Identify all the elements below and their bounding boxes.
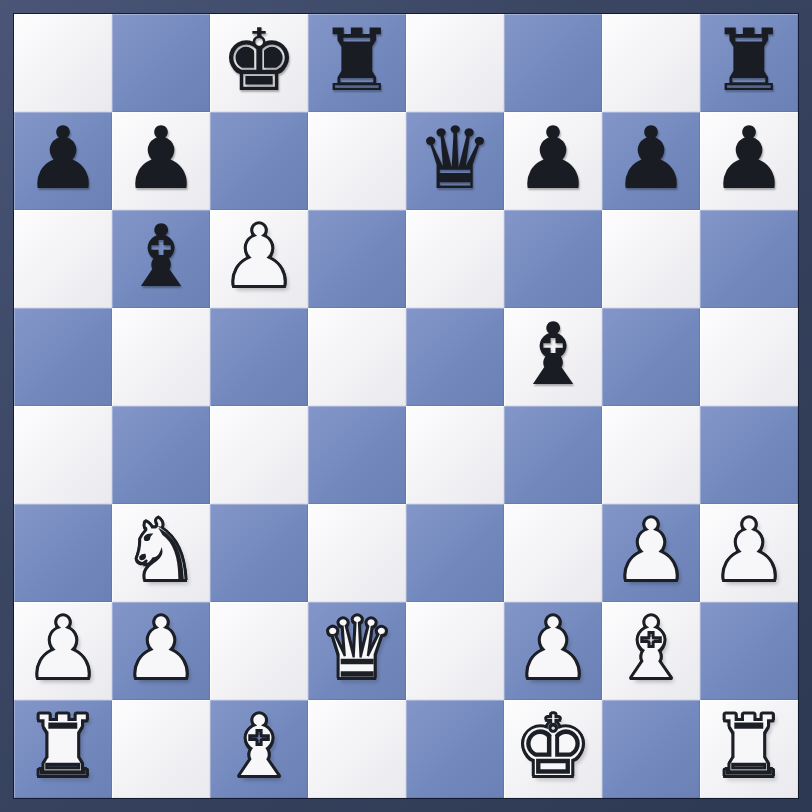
square-g7[interactable]: ♟ <box>602 112 700 210</box>
square-e2[interactable] <box>406 602 504 700</box>
white-queen[interactable]: ♛ <box>318 605 395 691</box>
black-bishop[interactable]: ♝ <box>122 213 199 299</box>
black-pawn[interactable]: ♟ <box>612 115 689 201</box>
square-f1[interactable]: ♚ <box>504 700 602 798</box>
square-f6[interactable] <box>504 210 602 308</box>
square-a3[interactable] <box>14 504 112 602</box>
square-b7[interactable]: ♟ <box>112 112 210 210</box>
square-e3[interactable] <box>406 504 504 602</box>
square-b4[interactable] <box>112 406 210 504</box>
white-pawn[interactable]: ♟ <box>220 213 297 299</box>
square-c3[interactable] <box>210 504 308 602</box>
square-h3[interactable]: ♟ <box>700 504 798 602</box>
square-d2[interactable]: ♛ <box>308 602 406 700</box>
square-a2[interactable]: ♟ <box>14 602 112 700</box>
square-h6[interactable] <box>700 210 798 308</box>
square-c1[interactable]: ♝ <box>210 700 308 798</box>
square-f7[interactable]: ♟ <box>504 112 602 210</box>
square-a5[interactable] <box>14 308 112 406</box>
square-g2[interactable]: ♝ <box>602 602 700 700</box>
square-c6[interactable]: ♟ <box>210 210 308 308</box>
square-f4[interactable] <box>504 406 602 504</box>
square-c2[interactable] <box>210 602 308 700</box>
square-a1[interactable]: ♜ <box>14 700 112 798</box>
black-pawn[interactable]: ♟ <box>514 115 591 201</box>
square-d1[interactable] <box>308 700 406 798</box>
square-d8[interactable]: ♜ <box>308 14 406 112</box>
square-e5[interactable] <box>406 308 504 406</box>
square-f5[interactable]: ♝ <box>504 308 602 406</box>
square-b3[interactable]: ♞ <box>112 504 210 602</box>
square-e4[interactable] <box>406 406 504 504</box>
square-a6[interactable] <box>14 210 112 308</box>
square-d3[interactable] <box>308 504 406 602</box>
square-h4[interactable] <box>700 406 798 504</box>
square-b1[interactable] <box>112 700 210 798</box>
square-a8[interactable] <box>14 14 112 112</box>
square-h5[interactable] <box>700 308 798 406</box>
square-h7[interactable]: ♟ <box>700 112 798 210</box>
white-rook[interactable]: ♜ <box>710 703 787 789</box>
square-g8[interactable] <box>602 14 700 112</box>
square-h2[interactable] <box>700 602 798 700</box>
square-f2[interactable]: ♟ <box>504 602 602 700</box>
white-pawn[interactable]: ♟ <box>24 605 101 691</box>
square-d4[interactable] <box>308 406 406 504</box>
black-pawn[interactable]: ♟ <box>710 115 787 201</box>
square-e6[interactable] <box>406 210 504 308</box>
square-b8[interactable] <box>112 14 210 112</box>
square-b6[interactable]: ♝ <box>112 210 210 308</box>
square-d5[interactable] <box>308 308 406 406</box>
black-rook[interactable]: ♜ <box>318 17 395 103</box>
square-g4[interactable] <box>602 406 700 504</box>
square-f8[interactable] <box>504 14 602 112</box>
square-e8[interactable] <box>406 14 504 112</box>
square-a7[interactable]: ♟ <box>14 112 112 210</box>
square-b5[interactable] <box>112 308 210 406</box>
square-g1[interactable] <box>602 700 700 798</box>
black-bishop[interactable]: ♝ <box>514 311 591 397</box>
board-frame: ♚♜♜♟♟♛♟♟♟♝♟♝♞♟♟♟♟♛♟♝♜♝♚♜ <box>0 0 812 812</box>
white-pawn[interactable]: ♟ <box>122 605 199 691</box>
square-g6[interactable] <box>602 210 700 308</box>
white-knight[interactable]: ♞ <box>122 507 199 593</box>
white-rook[interactable]: ♜ <box>24 703 101 789</box>
square-c7[interactable] <box>210 112 308 210</box>
square-b2[interactable]: ♟ <box>112 602 210 700</box>
square-f3[interactable] <box>504 504 602 602</box>
black-pawn[interactable]: ♟ <box>24 115 101 201</box>
black-pawn[interactable]: ♟ <box>122 115 199 201</box>
square-g5[interactable] <box>602 308 700 406</box>
white-bishop[interactable]: ♝ <box>612 605 689 691</box>
square-a4[interactable] <box>14 406 112 504</box>
square-c5[interactable] <box>210 308 308 406</box>
white-bishop[interactable]: ♝ <box>220 703 297 789</box>
white-pawn[interactable]: ♟ <box>710 507 787 593</box>
square-h1[interactable]: ♜ <box>700 700 798 798</box>
square-d7[interactable] <box>308 112 406 210</box>
black-king[interactable]: ♚ <box>220 17 297 103</box>
white-king[interactable]: ♚ <box>514 703 591 789</box>
square-h8[interactable]: ♜ <box>700 14 798 112</box>
chess-board: ♚♜♜♟♟♛♟♟♟♝♟♝♞♟♟♟♟♛♟♝♜♝♚♜ <box>14 14 798 798</box>
square-e7[interactable]: ♛ <box>406 112 504 210</box>
black-queen[interactable]: ♛ <box>416 115 493 201</box>
square-c4[interactable] <box>210 406 308 504</box>
white-pawn[interactable]: ♟ <box>612 507 689 593</box>
square-c8[interactable]: ♚ <box>210 14 308 112</box>
white-pawn[interactable]: ♟ <box>514 605 591 691</box>
square-e1[interactable] <box>406 700 504 798</box>
black-rook[interactable]: ♜ <box>710 17 787 103</box>
square-d6[interactable] <box>308 210 406 308</box>
square-g3[interactable]: ♟ <box>602 504 700 602</box>
